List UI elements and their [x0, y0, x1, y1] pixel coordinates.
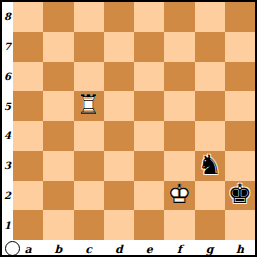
square-e3[interactable] — [134, 151, 164, 181]
rank-label-6: 6 — [2, 62, 13, 92]
square-c1[interactable] — [74, 210, 104, 240]
square-b1[interactable] — [43, 210, 73, 240]
square-h8[interactable] — [225, 2, 255, 32]
square-d5[interactable] — [104, 91, 134, 121]
square-a3[interactable] — [13, 151, 43, 181]
black-king: ♚ — [225, 181, 255, 211]
square-e5[interactable] — [134, 91, 164, 121]
square-g1[interactable] — [195, 210, 225, 240]
square-c4[interactable] — [74, 121, 104, 151]
square-g6[interactable] — [195, 62, 225, 92]
white-rook: ♜♖ — [74, 91, 104, 121]
square-b7[interactable] — [43, 32, 73, 62]
square-c2[interactable] — [74, 181, 104, 211]
square-b2[interactable] — [43, 181, 73, 211]
square-e4[interactable] — [134, 121, 164, 151]
square-c7[interactable] — [74, 32, 104, 62]
rank-label-1: 1 — [2, 210, 13, 240]
square-f2[interactable]: ♚♔ — [164, 181, 194, 211]
file-labels: abcdefgh — [13, 242, 255, 256]
square-e2[interactable] — [134, 181, 164, 211]
square-a7[interactable] — [13, 32, 43, 62]
file-label-c: c — [74, 242, 104, 256]
white-king-outline: ♔ — [167, 181, 191, 208]
square-d8[interactable] — [104, 2, 134, 32]
rank-label-7: 7 — [2, 32, 13, 62]
square-g2[interactable] — [195, 181, 225, 211]
file-label-e: e — [134, 242, 164, 256]
file-label-b: b — [43, 242, 73, 256]
square-d4[interactable] — [104, 121, 134, 151]
square-e8[interactable] — [134, 2, 164, 32]
square-c5[interactable]: ♜♖ — [74, 91, 104, 121]
square-g5[interactable] — [195, 91, 225, 121]
square-a1[interactable] — [13, 210, 43, 240]
square-f7[interactable] — [164, 32, 194, 62]
square-c6[interactable] — [74, 62, 104, 92]
square-e7[interactable] — [134, 32, 164, 62]
square-f8[interactable] — [164, 2, 194, 32]
square-f1[interactable] — [164, 210, 194, 240]
chess-board: ♜♖♞♚♔♚ — [13, 2, 255, 240]
square-d6[interactable] — [104, 62, 134, 92]
square-b4[interactable] — [43, 121, 73, 151]
black-knight-glyph: ♞ — [198, 151, 222, 178]
square-a6[interactable] — [13, 62, 43, 92]
square-e6[interactable] — [134, 62, 164, 92]
white-king: ♚♔ — [164, 181, 194, 211]
square-h3[interactable] — [225, 151, 255, 181]
square-d3[interactable] — [104, 151, 134, 181]
square-h1[interactable] — [225, 210, 255, 240]
white-to-move-indicator — [5, 241, 20, 256]
square-a4[interactable] — [13, 121, 43, 151]
square-f4[interactable] — [164, 121, 194, 151]
square-b8[interactable] — [43, 2, 73, 32]
square-g4[interactable] — [195, 121, 225, 151]
square-g8[interactable] — [195, 2, 225, 32]
square-b3[interactable] — [43, 151, 73, 181]
square-g3[interactable]: ♞ — [195, 151, 225, 181]
rank-label-4: 4 — [2, 121, 13, 151]
square-a8[interactable] — [13, 2, 43, 32]
square-d7[interactable] — [104, 32, 134, 62]
rank-label-3: 3 — [2, 151, 13, 181]
square-f5[interactable] — [164, 91, 194, 121]
square-e1[interactable] — [134, 210, 164, 240]
square-b5[interactable] — [43, 91, 73, 121]
file-label-d: d — [104, 242, 134, 256]
square-c8[interactable] — [74, 2, 104, 32]
square-h4[interactable] — [225, 121, 255, 151]
black-king-glyph: ♚ — [228, 181, 252, 208]
square-h6[interactable] — [225, 62, 255, 92]
square-h5[interactable] — [225, 91, 255, 121]
square-b6[interactable] — [43, 62, 73, 92]
rank-labels: 87654321 — [2, 2, 13, 240]
file-label-g: g — [195, 242, 225, 256]
chess-diagram: 87654321 ♜♖♞♚♔♚ abcdefgh — [0, 0, 257, 257]
square-d2[interactable] — [104, 181, 134, 211]
file-label-f: f — [164, 242, 194, 256]
square-g7[interactable] — [195, 32, 225, 62]
square-h7[interactable] — [225, 32, 255, 62]
square-h2[interactable]: ♚ — [225, 181, 255, 211]
square-d1[interactable] — [104, 210, 134, 240]
square-c3[interactable] — [74, 151, 104, 181]
square-a2[interactable] — [13, 181, 43, 211]
square-f3[interactable] — [164, 151, 194, 181]
rank-label-2: 2 — [2, 181, 13, 211]
white-rook-outline: ♖ — [77, 92, 101, 119]
rank-label-5: 5 — [2, 91, 13, 121]
square-f6[interactable] — [164, 62, 194, 92]
black-knight: ♞ — [195, 151, 225, 181]
square-a5[interactable] — [13, 91, 43, 121]
file-label-h: h — [225, 242, 255, 256]
rank-label-8: 8 — [2, 2, 13, 32]
